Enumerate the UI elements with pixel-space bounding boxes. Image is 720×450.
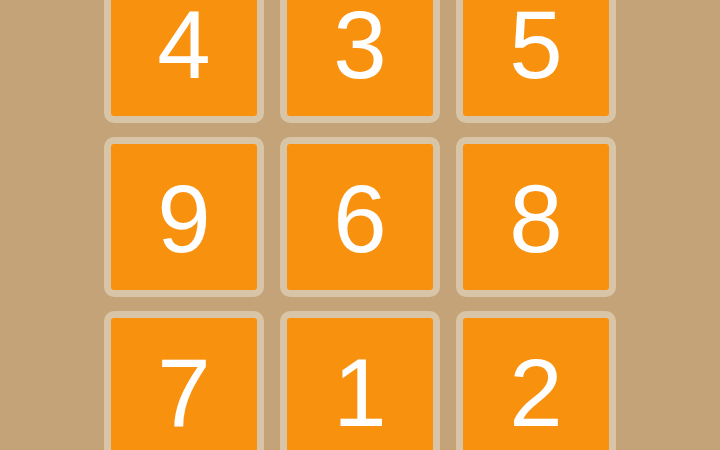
tile-r0-c2[interactable]: 5 xyxy=(456,0,616,123)
tile-r1-c0[interactable]: 9 xyxy=(104,137,264,297)
tile-grid: 4 3 5 9 6 8 7 1 2 xyxy=(104,0,616,450)
tile-r0-c1[interactable]: 3 xyxy=(280,0,440,123)
game-viewport: 4 3 5 9 6 8 7 1 2 xyxy=(0,0,720,450)
tile-r2-c1[interactable]: 1 xyxy=(280,311,440,450)
tile-r1-c2[interactable]: 8 xyxy=(456,137,616,297)
tile-r2-c0[interactable]: 7 xyxy=(104,311,264,450)
tile-r0-c0[interactable]: 4 xyxy=(104,0,264,123)
tile-r1-c1[interactable]: 6 xyxy=(280,137,440,297)
tile-r2-c2[interactable]: 2 xyxy=(456,311,616,450)
